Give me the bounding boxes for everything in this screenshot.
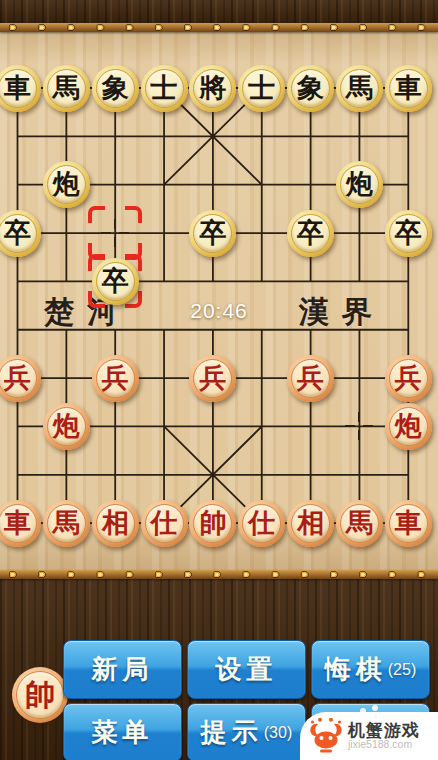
- last-move-from-marker: [88, 206, 142, 260]
- piece-face: 馬: [340, 504, 379, 543]
- piece-face: 炮: [47, 165, 86, 204]
- piece-glyph: 兵: [395, 365, 422, 392]
- piece-glyph: 士: [151, 75, 178, 102]
- piece-black-r2c1[interactable]: 炮: [43, 161, 90, 208]
- piece-black-r0c8[interactable]: 車: [385, 65, 432, 112]
- piece-face: 卒: [193, 214, 232, 253]
- piece-red-r6c6[interactable]: 兵: [287, 355, 334, 402]
- general-glyph: 帥: [25, 680, 55, 710]
- turn-indicator-red-general: 帥: [12, 667, 68, 723]
- piece-glyph: 卒: [102, 268, 129, 295]
- piece-red-r9c0[interactable]: 車: [0, 500, 41, 547]
- piece-black-r0c4[interactable]: 將: [189, 65, 236, 112]
- menu-button[interactable]: 菜单: [63, 703, 182, 760]
- piece-face: 兵: [291, 359, 330, 398]
- piece-face: 馬: [47, 504, 86, 543]
- piece-glyph: 炮: [395, 413, 422, 440]
- button-label: 悔棋: [325, 652, 387, 687]
- piece-black-r4c2[interactable]: 卒: [92, 258, 139, 305]
- piece-face: 象: [291, 69, 330, 108]
- piece-face: 士: [242, 69, 281, 108]
- piece-black-r3c6[interactable]: 卒: [287, 210, 334, 257]
- piece-red-r9c6[interactable]: 相: [287, 500, 334, 547]
- xiangqi-app: 楚河 漢界 20:46 車馬象士將士象馬車炮炮卒卒卒卒卒兵兵兵兵兵炮炮車馬相仕帥…: [0, 0, 438, 760]
- piece-face: 馬: [340, 69, 379, 108]
- piece-face: 卒: [389, 214, 428, 253]
- piece-red-r9c3[interactable]: 仕: [141, 500, 188, 547]
- piece-face: 兵: [96, 359, 135, 398]
- piece-glyph: 車: [395, 510, 422, 537]
- piece-glyph: 馬: [346, 75, 373, 102]
- piece-face: 卒: [0, 214, 37, 253]
- piece-face: 相: [291, 504, 330, 543]
- settings-button[interactable]: 设置: [187, 640, 306, 699]
- piece-glyph: 仕: [248, 510, 275, 537]
- piece-glyph: 兵: [4, 365, 31, 392]
- piece-glyph: 炮: [346, 171, 373, 198]
- game-timer: 20:46: [190, 299, 248, 323]
- piece-red-r6c8[interactable]: 兵: [385, 355, 432, 402]
- piece-black-r0c2[interactable]: 象: [92, 65, 139, 112]
- partially-hidden-glyph-dot: [372, 705, 378, 711]
- undo-button[interactable]: 悔棋(25): [311, 640, 430, 699]
- point-marker: [345, 412, 373, 440]
- piece-black-r3c0[interactable]: 卒: [0, 210, 41, 257]
- piece-face: 車: [0, 69, 37, 108]
- piece-red-r6c0[interactable]: 兵: [0, 355, 41, 402]
- piece-face: 仕: [242, 504, 281, 543]
- piece-black-r0c7[interactable]: 馬: [336, 65, 383, 112]
- piece-black-r0c0[interactable]: 車: [0, 65, 41, 112]
- piece-glyph: 車: [4, 510, 31, 537]
- piece-glyph: 象: [102, 75, 129, 102]
- piece-face: 仕: [145, 504, 184, 543]
- watermark-badge: 机蟹游戏 jixie5188.com: [300, 712, 438, 760]
- watermark-url: jixie5188.com: [348, 739, 420, 750]
- piece-black-r2c7[interactable]: 炮: [336, 161, 383, 208]
- piece-face: 帥: [193, 504, 232, 543]
- piece-glyph: 仕: [151, 510, 178, 537]
- piece-face: 兵: [0, 359, 37, 398]
- button-label: 设置: [216, 652, 278, 687]
- new-game-button[interactable]: 新局: [63, 640, 182, 699]
- piece-face: 士: [145, 69, 184, 108]
- piece-red-r9c8[interactable]: 車: [385, 500, 432, 547]
- piece-face: 車: [389, 504, 428, 543]
- piece-red-r9c2[interactable]: 相: [92, 500, 139, 547]
- piece-red-r9c1[interactable]: 馬: [43, 500, 90, 547]
- piece-red-r7c8[interactable]: 炮: [385, 403, 432, 450]
- piece-black-r0c5[interactable]: 士: [238, 65, 285, 112]
- piece-face: 炮: [340, 165, 379, 204]
- piece-glyph: 馬: [53, 510, 80, 537]
- button-label: 菜单: [92, 715, 154, 750]
- piece-face: 車: [0, 504, 37, 543]
- button-label: 新局: [92, 652, 154, 687]
- piece-black-r0c6[interactable]: 象: [287, 65, 334, 112]
- piece-face: 兵: [193, 359, 232, 398]
- piece-face: 將: [193, 69, 232, 108]
- piece-face: 卒: [96, 262, 135, 301]
- piece-black-r3c4[interactable]: 卒: [189, 210, 236, 257]
- piece-red-r9c4[interactable]: 帥: [189, 500, 236, 547]
- button-count: (30): [264, 724, 292, 742]
- piece-black-r0c1[interactable]: 馬: [43, 65, 90, 112]
- piece-face: 車: [389, 69, 428, 108]
- piece-glyph: 士: [248, 75, 275, 102]
- piece-glyph: 炮: [53, 171, 80, 198]
- piece-glyph: 馬: [53, 75, 80, 102]
- piece-glyph: 卒: [395, 220, 422, 247]
- top-stud-strip: [0, 23, 438, 32]
- piece-glyph: 兵: [102, 365, 129, 392]
- piece-red-r9c5[interactable]: 仕: [238, 500, 285, 547]
- piece-face: 兵: [389, 359, 428, 398]
- piece-red-r6c4[interactable]: 兵: [189, 355, 236, 402]
- piece-glyph: 相: [297, 510, 324, 537]
- piece-face: 相: [96, 504, 135, 543]
- piece-red-r6c2[interactable]: 兵: [92, 355, 139, 402]
- bottom-stud-strip: [0, 570, 438, 579]
- piece-face: 象: [96, 69, 135, 108]
- piece-face: 卒: [291, 214, 330, 253]
- piece-glyph: 帥: [199, 510, 226, 537]
- piece-red-r7c1[interactable]: 炮: [43, 403, 90, 450]
- piece-glyph: 車: [395, 75, 422, 102]
- piece-glyph: 卒: [199, 220, 226, 247]
- piece-glyph: 車: [4, 75, 31, 102]
- xiangqi-board[interactable]: 楚河 漢界 20:46 車馬象士將士象馬車炮炮卒卒卒卒卒兵兵兵兵兵炮炮車馬相仕帥…: [0, 32, 438, 570]
- piece-glyph: 象: [297, 75, 324, 102]
- piece-glyph: 卒: [297, 220, 324, 247]
- piece-glyph: 將: [199, 75, 226, 102]
- piece-black-r3c8[interactable]: 卒: [385, 210, 432, 257]
- piece-face: 馬: [47, 69, 86, 108]
- watermark-brand: 机蟹游戏: [348, 722, 420, 740]
- button-count: (25): [388, 661, 416, 679]
- piece-glyph: 兵: [199, 365, 226, 392]
- piece-glyph: 卒: [4, 220, 31, 247]
- button-label: 提示: [201, 715, 263, 750]
- hint-button[interactable]: 提示(30): [187, 703, 306, 760]
- piece-black-r0c3[interactable]: 士: [141, 65, 188, 112]
- top-wood-frame: [0, 0, 438, 24]
- piece-face: 帥: [16, 671, 64, 719]
- piece-glyph: 兵: [297, 365, 324, 392]
- piece-red-r9c7[interactable]: 馬: [336, 500, 383, 547]
- piece-glyph: 馬: [346, 510, 373, 537]
- crab-logo-icon: [306, 717, 346, 755]
- piece-face: 炮: [389, 407, 428, 446]
- piece-glyph: 相: [102, 510, 129, 537]
- piece-glyph: 炮: [53, 413, 80, 440]
- river-label-right: 漢界: [299, 292, 385, 333]
- piece-face: 炮: [47, 407, 86, 446]
